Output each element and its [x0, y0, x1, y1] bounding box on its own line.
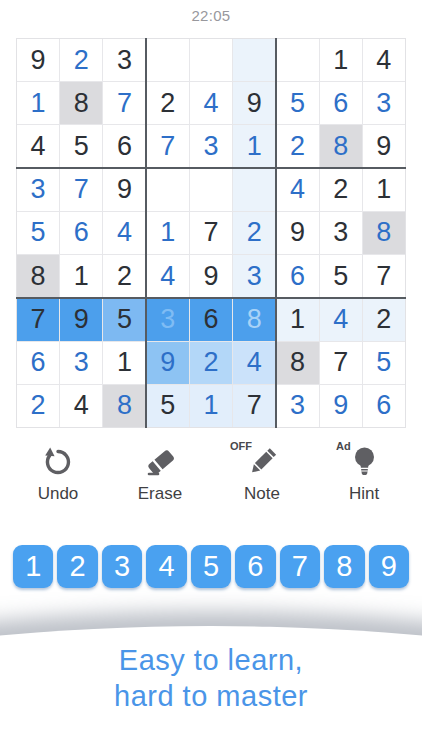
- cell-r8c6[interactable]: 4: [233, 342, 275, 384]
- cell-r6c3[interactable]: 2: [103, 255, 145, 297]
- cell-r9c2[interactable]: 4: [60, 385, 102, 427]
- cell-r9c8[interactable]: 9: [320, 385, 362, 427]
- undo-label: Undo: [38, 484, 79, 504]
- cell-r3c3[interactable]: 6: [103, 125, 145, 167]
- cell-r9c4[interactable]: 5: [147, 385, 189, 427]
- undo-icon: [40, 443, 76, 479]
- cell-r4c9[interactable]: 1: [363, 169, 405, 211]
- cell-r4c4[interactable]: [147, 169, 189, 211]
- cell-r5c4[interactable]: 1: [147, 212, 189, 254]
- cell-r2c1[interactable]: 1: [17, 82, 59, 124]
- hint-label: Hint: [349, 484, 379, 504]
- cell-r7c1[interactable]: 7: [17, 298, 59, 340]
- cell-r3c1[interactable]: 4: [17, 125, 59, 167]
- numpad-button-5[interactable]: 5: [191, 545, 231, 588]
- cell-r8c5[interactable]: 2: [190, 342, 232, 384]
- cell-r3c5[interactable]: 3: [190, 125, 232, 167]
- cell-r7c9[interactable]: 2: [363, 298, 405, 340]
- pencil-icon: OFF: [244, 443, 280, 479]
- cell-r4c7[interactable]: 4: [276, 169, 318, 211]
- erase-button[interactable]: Erase: [128, 443, 192, 504]
- cell-r2c8[interactable]: 6: [320, 82, 362, 124]
- cell-r7c6[interactable]: 8: [233, 298, 275, 340]
- numpad-button-2[interactable]: 2: [57, 545, 97, 588]
- cell-r6c2[interactable]: 1: [60, 255, 102, 297]
- cell-r7c2[interactable]: 9: [60, 298, 102, 340]
- cell-r9c3[interactable]: 8: [103, 385, 145, 427]
- note-label: Note: [244, 484, 280, 504]
- cell-r7c8[interactable]: 4: [320, 298, 362, 340]
- cell-r1c9[interactable]: 4: [363, 39, 405, 81]
- cell-r8c7[interactable]: 8: [276, 342, 318, 384]
- numpad-button-7[interactable]: 7: [280, 545, 320, 588]
- numpad-button-4[interactable]: 4: [146, 545, 186, 588]
- erase-label: Erase: [138, 484, 182, 504]
- cell-r5c9[interactable]: 8: [363, 212, 405, 254]
- cell-r8c2[interactable]: 3: [60, 342, 102, 384]
- numpad-button-1[interactable]: 1: [13, 545, 53, 588]
- cell-r5c1[interactable]: 5: [17, 212, 59, 254]
- cell-r9c1[interactable]: 2: [17, 385, 59, 427]
- cell-r1c8[interactable]: 1: [320, 39, 362, 81]
- cell-r9c7[interactable]: 3: [276, 385, 318, 427]
- cell-r3c7[interactable]: 2: [276, 125, 318, 167]
- number-pad: 123456789: [13, 545, 409, 588]
- cell-r3c8[interactable]: 8: [320, 125, 362, 167]
- cell-r6c7[interactable]: 6: [276, 255, 318, 297]
- cell-r7c3[interactable]: 5: [103, 298, 145, 340]
- cell-r6c1[interactable]: 8: [17, 255, 59, 297]
- cell-r2c7[interactable]: 5: [276, 82, 318, 124]
- cell-r3c4[interactable]: 7: [147, 125, 189, 167]
- cell-r2c6[interactable]: 9: [233, 82, 275, 124]
- game-timer: 22:05: [0, 7, 422, 24]
- cell-r2c3[interactable]: 7: [103, 82, 145, 124]
- cell-r4c3[interactable]: 9: [103, 169, 145, 211]
- cell-r7c7[interactable]: 1: [276, 298, 318, 340]
- cell-r4c5[interactable]: [190, 169, 232, 211]
- cell-r2c5[interactable]: 4: [190, 82, 232, 124]
- cell-r7c4[interactable]: 3: [147, 298, 189, 340]
- marketing-caption: Easy to learn, hard to master: [0, 642, 422, 714]
- cell-r1c1[interactable]: 9: [17, 39, 59, 81]
- cell-r5c3[interactable]: 4: [103, 212, 145, 254]
- cell-r1c3[interactable]: 3: [103, 39, 145, 81]
- cell-r9c5[interactable]: 1: [190, 385, 232, 427]
- numpad-button-8[interactable]: 8: [324, 545, 364, 588]
- numpad-button-9[interactable]: 9: [369, 545, 409, 588]
- cell-r1c6[interactable]: [233, 39, 275, 81]
- sudoku-board: 9231418724956345673128937942156417293881…: [16, 38, 406, 428]
- cell-r6c4[interactable]: 4: [147, 255, 189, 297]
- cell-r5c8[interactable]: 3: [320, 212, 362, 254]
- hint-button[interactable]: Ad Hint: [332, 443, 396, 504]
- note-button[interactable]: OFF Note: [230, 443, 294, 504]
- cell-r8c3[interactable]: 1: [103, 342, 145, 384]
- undo-button[interactable]: Undo: [26, 443, 90, 504]
- cell-r2c4[interactable]: 2: [147, 82, 189, 124]
- cell-r1c7[interactable]: [276, 39, 318, 81]
- cell-r6c6[interactable]: 3: [233, 255, 275, 297]
- cell-r2c9[interactable]: 3: [363, 82, 405, 124]
- cell-r5c2[interactable]: 6: [60, 212, 102, 254]
- cell-r5c7[interactable]: 9: [276, 212, 318, 254]
- cell-r4c8[interactable]: 2: [320, 169, 362, 211]
- cell-r5c5[interactable]: 7: [190, 212, 232, 254]
- cell-r8c4[interactable]: 9: [147, 342, 189, 384]
- cell-r3c6[interactable]: 1: [233, 125, 275, 167]
- toolbar: Undo Erase OFF: [0, 443, 422, 504]
- numpad-button-3[interactable]: 3: [102, 545, 142, 588]
- cell-r6c8[interactable]: 5: [320, 255, 362, 297]
- cell-r6c5[interactable]: 9: [190, 255, 232, 297]
- cell-r2c2[interactable]: 8: [60, 82, 102, 124]
- cell-r1c4[interactable]: [147, 39, 189, 81]
- cell-r8c1[interactable]: 6: [17, 342, 59, 384]
- cell-r3c9[interactable]: 9: [363, 125, 405, 167]
- app-screen: 22:05 9231418724956345673128937942156417…: [0, 0, 422, 750]
- cell-r7c5[interactable]: 6: [190, 298, 232, 340]
- hint-ad-badge: Ad: [336, 440, 351, 452]
- cell-r4c1[interactable]: 3: [17, 169, 59, 211]
- cell-r3c2[interactable]: 5: [60, 125, 102, 167]
- cell-r6c9[interactable]: 7: [363, 255, 405, 297]
- cell-r5c6[interactable]: 2: [233, 212, 275, 254]
- eraser-icon: [142, 443, 178, 479]
- cell-r8c9[interactable]: 5: [363, 342, 405, 384]
- cell-r9c6[interactable]: 7: [233, 385, 275, 427]
- lightbulb-icon: Ad: [346, 443, 382, 479]
- cell-r9c9[interactable]: 6: [363, 385, 405, 427]
- caption-line-1: Easy to learn,: [0, 642, 422, 678]
- note-off-badge: OFF: [230, 440, 252, 452]
- board-grid: 9231418724956345673128937942156417293881…: [17, 39, 405, 427]
- cell-r1c2[interactable]: 2: [60, 39, 102, 81]
- cell-r1c5[interactable]: [190, 39, 232, 81]
- cell-r4c2[interactable]: 7: [60, 169, 102, 211]
- cell-r4c6[interactable]: [233, 169, 275, 211]
- cell-r8c8[interactable]: 7: [320, 342, 362, 384]
- numpad-button-6[interactable]: 6: [235, 545, 275, 588]
- caption-line-2: hard to master: [0, 678, 422, 714]
